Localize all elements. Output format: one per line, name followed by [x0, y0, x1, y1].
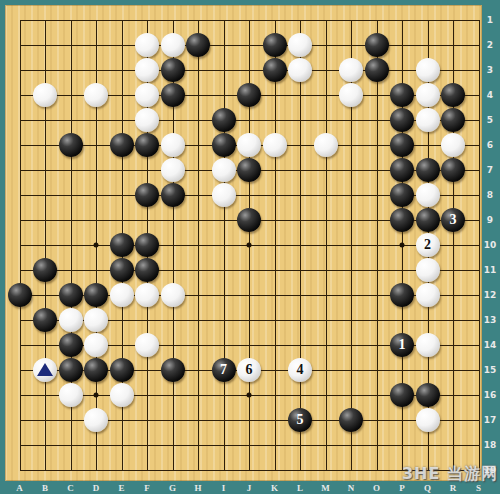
white-stone-D4[interactable]: [84, 83, 108, 107]
column-label-F: F: [144, 483, 150, 493]
black-stone-C14[interactable]: [59, 333, 83, 357]
white-stone-F12[interactable]: [135, 283, 159, 307]
black-stone-F8[interactable]: [135, 183, 159, 207]
white-stone-L3[interactable]: [288, 58, 312, 82]
white-stone-D13[interactable]: [84, 308, 108, 332]
white-stone-D14[interactable]: [84, 333, 108, 357]
white-stone-G6[interactable]: [161, 133, 185, 157]
white-stone-Q8[interactable]: [416, 183, 440, 207]
black-stone-B11[interactable]: [33, 258, 57, 282]
row-label-17: 17: [483, 415, 497, 425]
row-label-9: 9: [483, 215, 497, 225]
black-stone-E15[interactable]: [110, 358, 134, 382]
row-label-1: 1: [483, 15, 497, 25]
white-stone-B15[interactable]: [33, 358, 57, 382]
triangle-marker-icon: [37, 363, 53, 376]
white-stone-K6[interactable]: [263, 133, 287, 157]
column-label-H: H: [194, 483, 201, 493]
column-label-N: N: [348, 483, 355, 493]
black-stone-C6[interactable]: [59, 133, 83, 157]
white-stone-Q17[interactable]: [416, 408, 440, 432]
black-stone-F6[interactable]: [135, 133, 159, 157]
black-stone-H2[interactable]: [186, 33, 210, 57]
row-label-19: 19: [483, 465, 497, 475]
row-label-13: 13: [483, 315, 497, 325]
row-label-5: 5: [483, 115, 497, 125]
black-stone-G4[interactable]: [161, 83, 185, 107]
black-stone-R7[interactable]: [441, 158, 465, 182]
row-label-2: 2: [483, 40, 497, 50]
black-stone-F10[interactable]: [135, 233, 159, 257]
white-stone-R6[interactable]: [441, 133, 465, 157]
black-stone-F11[interactable]: [135, 258, 159, 282]
black-stone-P4[interactable]: [390, 83, 414, 107]
move-number-label: 3: [450, 213, 457, 227]
black-stone-R9[interactable]: 3: [441, 208, 465, 232]
star-point: [400, 243, 405, 248]
row-label-11: 11: [483, 265, 497, 275]
row-label-8: 8: [483, 190, 497, 200]
move-number-label: 1: [399, 338, 406, 352]
column-label-E: E: [118, 483, 124, 493]
black-stone-P12[interactable]: [390, 283, 414, 307]
column-label-I: I: [222, 483, 226, 493]
black-stone-Q9[interactable]: [416, 208, 440, 232]
move-number-label: 7: [220, 363, 227, 377]
black-stone-G3[interactable]: [161, 58, 185, 82]
white-stone-Q14[interactable]: [416, 333, 440, 357]
column-label-A: A: [16, 483, 23, 493]
white-stone-E16[interactable]: [110, 383, 134, 407]
white-stone-C16[interactable]: [59, 383, 83, 407]
black-stone-P16[interactable]: [390, 383, 414, 407]
row-label-10: 10: [483, 240, 497, 250]
move-number-label: 2: [424, 238, 431, 252]
white-stone-F14[interactable]: [135, 333, 159, 357]
black-stone-C15[interactable]: [59, 358, 83, 382]
go-board-frame: 3217645 3HE 当游网 ABCDEFGHIJKLMNOPQRS12345…: [0, 0, 500, 494]
grid-line-vertical: [20, 20, 21, 471]
black-stone-D15[interactable]: [84, 358, 108, 382]
column-label-Q: Q: [424, 483, 431, 493]
grid-line-vertical: [275, 20, 276, 471]
black-stone-P14[interactable]: 1: [390, 333, 414, 357]
white-stone-G12[interactable]: [161, 283, 185, 307]
white-stone-Q4[interactable]: [416, 83, 440, 107]
black-stone-I15[interactable]: 7: [212, 358, 236, 382]
black-stone-Q7[interactable]: [416, 158, 440, 182]
black-stone-J9[interactable]: [237, 208, 261, 232]
star-point: [247, 393, 252, 398]
white-stone-F4[interactable]: [135, 83, 159, 107]
black-stone-E6[interactable]: [110, 133, 134, 157]
column-label-R: R: [450, 483, 457, 493]
star-point: [94, 393, 99, 398]
column-label-G: G: [169, 483, 176, 493]
white-stone-L15[interactable]: 4: [288, 358, 312, 382]
black-stone-G15[interactable]: [161, 358, 185, 382]
goban[interactable]: 3217645: [5, 5, 482, 481]
black-stone-E11[interactable]: [110, 258, 134, 282]
white-stone-G7[interactable]: [161, 158, 185, 182]
black-stone-K2[interactable]: [263, 33, 287, 57]
white-stone-J6[interactable]: [237, 133, 261, 157]
white-stone-J15[interactable]: 6: [237, 358, 261, 382]
white-stone-N3[interactable]: [339, 58, 363, 82]
star-point: [247, 243, 252, 248]
black-stone-K3[interactable]: [263, 58, 287, 82]
black-stone-L17[interactable]: 5: [288, 408, 312, 432]
black-stone-J4[interactable]: [237, 83, 261, 107]
white-stone-N4[interactable]: [339, 83, 363, 107]
black-stone-Q16[interactable]: [416, 383, 440, 407]
row-label-6: 6: [483, 140, 497, 150]
black-stone-P6[interactable]: [390, 133, 414, 157]
white-stone-I7[interactable]: [212, 158, 236, 182]
black-stone-O2[interactable]: [365, 33, 389, 57]
white-stone-Q3[interactable]: [416, 58, 440, 82]
grid-line-vertical: [224, 20, 225, 471]
black-stone-P7[interactable]: [390, 158, 414, 182]
black-stone-P8[interactable]: [390, 183, 414, 207]
black-stone-G8[interactable]: [161, 183, 185, 207]
grid-line-vertical: [198, 20, 199, 471]
row-label-16: 16: [483, 390, 497, 400]
black-stone-R4[interactable]: [441, 83, 465, 107]
white-stone-Q10[interactable]: 2: [416, 233, 440, 257]
black-stone-I6[interactable]: [212, 133, 236, 157]
black-stone-J7[interactable]: [237, 158, 261, 182]
black-stone-D12[interactable]: [84, 283, 108, 307]
column-label-K: K: [271, 483, 278, 493]
row-label-18: 18: [483, 440, 497, 450]
white-stone-F2[interactable]: [135, 33, 159, 57]
row-label-4: 4: [483, 90, 497, 100]
star-point: [94, 243, 99, 248]
grid-line-vertical: [326, 20, 327, 471]
move-number-label: 4: [297, 363, 304, 377]
column-label-L: L: [297, 483, 303, 493]
black-stone-C12[interactable]: [59, 283, 83, 307]
white-stone-D17[interactable]: [84, 408, 108, 432]
white-stone-M6[interactable]: [314, 133, 338, 157]
grid-line-vertical: [479, 20, 480, 471]
white-stone-F5[interactable]: [135, 108, 159, 132]
white-stone-Q11[interactable]: [416, 258, 440, 282]
row-label-12: 12: [483, 290, 497, 300]
white-stone-C13[interactable]: [59, 308, 83, 332]
white-stone-E12[interactable]: [110, 283, 134, 307]
grid-line-vertical: [377, 20, 378, 471]
black-stone-P5[interactable]: [390, 108, 414, 132]
row-label-7: 7: [483, 165, 497, 175]
white-stone-L2[interactable]: [288, 33, 312, 57]
black-stone-O3[interactable]: [365, 58, 389, 82]
black-stone-R5[interactable]: [441, 108, 465, 132]
white-stone-I8[interactable]: [212, 183, 236, 207]
move-number-label: 5: [297, 413, 304, 427]
column-label-P: P: [399, 483, 405, 493]
white-stone-Q5[interactable]: [416, 108, 440, 132]
black-stone-B13[interactable]: [33, 308, 57, 332]
column-label-J: J: [247, 483, 252, 493]
grid-line-vertical: [300, 20, 301, 471]
column-label-C: C: [67, 483, 74, 493]
black-stone-N17[interactable]: [339, 408, 363, 432]
white-stone-B4[interactable]: [33, 83, 57, 107]
black-stone-I5[interactable]: [212, 108, 236, 132]
white-stone-Q12[interactable]: [416, 283, 440, 307]
black-stone-E10[interactable]: [110, 233, 134, 257]
row-label-14: 14: [483, 340, 497, 350]
white-stone-F3[interactable]: [135, 58, 159, 82]
white-stone-G2[interactable]: [161, 33, 185, 57]
column-label-D: D: [93, 483, 100, 493]
column-label-M: M: [321, 483, 330, 493]
column-label-S: S: [476, 483, 481, 493]
row-label-15: 15: [483, 365, 497, 375]
black-stone-A12[interactable]: [8, 283, 32, 307]
row-label-3: 3: [483, 65, 497, 75]
move-number-label: 6: [246, 363, 253, 377]
column-label-O: O: [373, 483, 380, 493]
column-label-B: B: [42, 483, 48, 493]
black-stone-P9[interactable]: [390, 208, 414, 232]
